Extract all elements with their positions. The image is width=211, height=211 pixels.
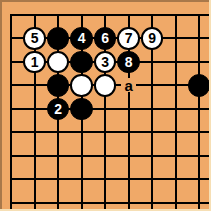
grid-line-vertical — [198, 14, 200, 211]
stone-white-3: 3 — [94, 51, 117, 74]
stone-black — [70, 98, 93, 121]
stone-black-4: 4 — [70, 27, 93, 50]
grid-line-horizontal — [10, 131, 211, 133]
grid-line-horizontal — [10, 155, 211, 157]
grid-line-vertical — [10, 14, 12, 211]
stone-black-2: 2 — [47, 98, 70, 121]
frame-bottom — [0, 209, 211, 211]
grid-line-vertical — [175, 14, 177, 211]
frame-left — [0, 0, 2, 211]
stone-black — [188, 74, 211, 97]
stone-black — [47, 74, 70, 97]
stone-black — [47, 27, 70, 50]
grid-line-horizontal — [10, 14, 211, 16]
frame-right — [209, 0, 211, 211]
go-board-diagram: a546791382 — [0, 0, 211, 211]
stone-white-1: 1 — [23, 51, 46, 74]
stone-white — [70, 74, 93, 97]
grid-line-horizontal — [10, 178, 211, 180]
grid-line-horizontal — [10, 202, 211, 204]
stone-black-6: 6 — [94, 27, 117, 50]
stone-white-9: 9 — [141, 27, 164, 50]
frame-top — [0, 0, 211, 2]
grid-line-horizontal — [10, 108, 211, 110]
stone-white — [47, 51, 70, 74]
point-label-a: a — [121, 78, 136, 92]
stone-white — [94, 74, 117, 97]
stone-black — [70, 51, 93, 74]
stone-white-7: 7 — [117, 27, 140, 50]
stone-black-8: 8 — [117, 51, 140, 74]
stone-white-5: 5 — [23, 27, 46, 50]
